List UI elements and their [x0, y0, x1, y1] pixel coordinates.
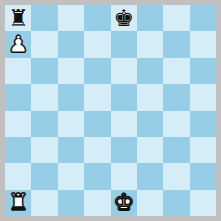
square-c4[interactable]	[58, 111, 84, 137]
square-d5[interactable]	[84, 84, 110, 110]
square-g1[interactable]	[163, 190, 189, 216]
square-b7[interactable]	[31, 31, 57, 57]
square-c6[interactable]	[58, 58, 84, 84]
square-c8[interactable]	[58, 5, 84, 31]
square-d3[interactable]	[84, 137, 110, 163]
square-f5[interactable]	[137, 84, 163, 110]
board-frame: ♜♚♟♜♚	[0, 0, 221, 221]
square-b6[interactable]	[31, 58, 57, 84]
square-a2[interactable]	[5, 163, 31, 189]
square-f6[interactable]	[137, 58, 163, 84]
square-a5[interactable]	[5, 84, 31, 110]
piece-white-king[interactable]: ♚	[113, 191, 134, 214]
square-c3[interactable]	[58, 137, 84, 163]
square-g5[interactable]	[163, 84, 189, 110]
square-e2[interactable]	[111, 163, 137, 189]
square-a8[interactable]: ♜	[5, 5, 31, 31]
square-h7[interactable]	[190, 31, 216, 57]
square-c5[interactable]	[58, 84, 84, 110]
square-a3[interactable]	[5, 137, 31, 163]
square-f1[interactable]	[137, 190, 163, 216]
square-f3[interactable]	[137, 137, 163, 163]
square-h4[interactable]	[190, 111, 216, 137]
square-e7[interactable]	[111, 31, 137, 57]
square-g2[interactable]	[163, 163, 189, 189]
square-d7[interactable]	[84, 31, 110, 57]
square-f7[interactable]	[137, 31, 163, 57]
piece-black-king[interactable]: ♚	[113, 7, 134, 30]
piece-white-pawn[interactable]: ♟	[8, 33, 29, 56]
square-b2[interactable]	[31, 163, 57, 189]
square-b8[interactable]	[31, 5, 57, 31]
square-e4[interactable]	[111, 111, 137, 137]
square-g4[interactable]	[163, 111, 189, 137]
square-c1[interactable]	[58, 190, 84, 216]
square-a7[interactable]: ♟	[5, 31, 31, 57]
square-h3[interactable]	[190, 137, 216, 163]
square-c2[interactable]	[58, 163, 84, 189]
square-d8[interactable]	[84, 5, 110, 31]
piece-black-rook[interactable]: ♜	[8, 7, 29, 30]
square-a6[interactable]	[5, 58, 31, 84]
square-b5[interactable]	[31, 84, 57, 110]
square-b4[interactable]	[31, 111, 57, 137]
square-g8[interactable]	[163, 5, 189, 31]
square-d4[interactable]	[84, 111, 110, 137]
square-g6[interactable]	[163, 58, 189, 84]
piece-white-rook[interactable]: ♜	[8, 191, 29, 214]
square-h2[interactable]	[190, 163, 216, 189]
square-h6[interactable]	[190, 58, 216, 84]
square-h5[interactable]	[190, 84, 216, 110]
square-d1[interactable]	[84, 190, 110, 216]
square-g7[interactable]	[163, 31, 189, 57]
square-b1[interactable]	[31, 190, 57, 216]
square-h1[interactable]	[190, 190, 216, 216]
square-d6[interactable]	[84, 58, 110, 84]
square-g3[interactable]	[163, 137, 189, 163]
square-e8[interactable]: ♚	[111, 5, 137, 31]
square-e6[interactable]	[111, 58, 137, 84]
square-e1[interactable]: ♚	[111, 190, 137, 216]
square-f8[interactable]	[137, 5, 163, 31]
square-f4[interactable]	[137, 111, 163, 137]
square-a1[interactable]: ♜	[5, 190, 31, 216]
square-f2[interactable]	[137, 163, 163, 189]
square-e5[interactable]	[111, 84, 137, 110]
square-d2[interactable]	[84, 163, 110, 189]
square-a4[interactable]	[5, 111, 31, 137]
square-b3[interactable]	[31, 137, 57, 163]
square-h8[interactable]	[190, 5, 216, 31]
square-c7[interactable]	[58, 31, 84, 57]
square-e3[interactable]	[111, 137, 137, 163]
chess-board: ♜♚♟♜♚	[5, 5, 216, 216]
